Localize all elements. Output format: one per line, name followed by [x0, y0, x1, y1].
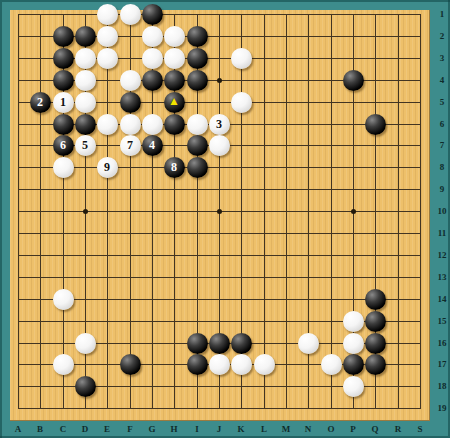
- stone-white-e6[interactable]: [97, 114, 118, 135]
- stone-black-g4[interactable]: [142, 70, 163, 91]
- stone-white-e8[interactable]: 9: [97, 157, 118, 178]
- stone-black-q6[interactable]: [365, 114, 386, 135]
- grid-line-vertical: [264, 14, 265, 409]
- coordinate-row-10: 10: [434, 207, 450, 216]
- coordinate-column-o: O: [327, 425, 334, 434]
- stone-white-p15[interactable]: [343, 311, 364, 332]
- stone-black-i2[interactable]: [187, 26, 208, 47]
- stone-black-i16[interactable]: [187, 333, 208, 354]
- coordinate-row-1: 1: [434, 10, 450, 19]
- stone-black-g1[interactable]: [142, 4, 163, 25]
- grid-line-horizontal: [18, 233, 421, 234]
- stone-black-f17[interactable]: [120, 354, 141, 375]
- grid-line-horizontal: [18, 277, 421, 278]
- stone-black-c6[interactable]: [53, 114, 74, 135]
- stone-white-h2[interactable]: [164, 26, 185, 47]
- stone-black-h8[interactable]: 8: [164, 157, 185, 178]
- stone-black-k16[interactable]: [231, 333, 252, 354]
- stone-black-c4[interactable]: [53, 70, 74, 91]
- coordinate-column-l: L: [261, 425, 267, 434]
- stone-black-j16[interactable]: [209, 333, 230, 354]
- stone-white-o17[interactable]: [321, 354, 342, 375]
- stone-white-n16[interactable]: [298, 333, 319, 354]
- coordinate-column-q: Q: [371, 425, 378, 434]
- grid-line-horizontal: [18, 408, 421, 409]
- coordinate-column-j: J: [217, 425, 222, 434]
- stone-black-q14[interactable]: [365, 289, 386, 310]
- stone-black-c3[interactable]: [53, 48, 74, 69]
- go-board-window: 21▲3657498 ABCDEFGHIJKLMNOPQRS1234567891…: [0, 0, 450, 438]
- stone-black-h5[interactable]: ▲: [164, 92, 185, 113]
- stone-black-h6[interactable]: [164, 114, 185, 135]
- star-point-d10: [83, 209, 88, 214]
- stone-black-i7[interactable]: [187, 135, 208, 156]
- stone-white-d7[interactable]: 5: [75, 135, 96, 156]
- coordinate-column-g: G: [148, 425, 155, 434]
- move-number-label: 1: [60, 96, 66, 108]
- stone-white-e2[interactable]: [97, 26, 118, 47]
- stone-white-c5[interactable]: 1: [53, 92, 74, 113]
- coordinate-row-3: 3: [434, 54, 450, 63]
- stone-black-q15[interactable]: [365, 311, 386, 332]
- stone-black-p17[interactable]: [343, 354, 364, 375]
- coordinate-row-5: 5: [434, 98, 450, 107]
- move-number-label: 8: [171, 161, 177, 173]
- stone-black-i8[interactable]: [187, 157, 208, 178]
- coordinate-row-4: 4: [434, 76, 450, 85]
- stone-white-p18[interactable]: [343, 376, 364, 397]
- coordinate-row-7: 7: [434, 141, 450, 150]
- move-number-label: 9: [104, 161, 110, 173]
- stone-black-d18[interactable]: [75, 376, 96, 397]
- stone-white-f7[interactable]: 7: [120, 135, 141, 156]
- coordinate-row-14: 14: [434, 295, 450, 304]
- stone-white-g2[interactable]: [142, 26, 163, 47]
- coordinate-column-c: C: [60, 425, 67, 434]
- move-number-label: 3: [216, 118, 222, 130]
- stone-black-c7[interactable]: 6: [53, 135, 74, 156]
- stone-white-k3[interactable]: [231, 48, 252, 69]
- coordinate-row-16: 16: [434, 339, 450, 348]
- coordinate-column-m: M: [282, 425, 291, 434]
- coordinate-column-d: D: [82, 425, 89, 434]
- stone-black-c2[interactable]: [53, 26, 74, 47]
- coordinate-column-k: K: [237, 425, 244, 434]
- grid-line-vertical: [420, 14, 421, 409]
- grid-line-vertical: [398, 14, 399, 409]
- stone-white-g6[interactable]: [142, 114, 163, 135]
- go-board[interactable]: 21▲3657498: [10, 10, 430, 421]
- grid-line-vertical: [286, 14, 287, 409]
- stone-black-g7[interactable]: 4: [142, 135, 163, 156]
- stone-black-f5[interactable]: [120, 92, 141, 113]
- grid-line-horizontal: [18, 255, 421, 256]
- coordinate-column-s: S: [417, 425, 422, 434]
- grid-line-horizontal: [18, 299, 421, 300]
- star-point-j4: [217, 78, 222, 83]
- stone-white-f4[interactable]: [120, 70, 141, 91]
- stone-white-k5[interactable]: [231, 92, 252, 113]
- stone-white-j7[interactable]: [209, 135, 230, 156]
- coordinate-column-a: A: [15, 425, 22, 434]
- stone-white-c14[interactable]: [53, 289, 74, 310]
- stone-white-g3[interactable]: [142, 48, 163, 69]
- grid-line-vertical: [331, 14, 332, 409]
- coordinate-row-9: 9: [434, 185, 450, 194]
- coordinate-row-17: 17: [434, 360, 450, 369]
- coordinate-row-18: 18: [434, 382, 450, 391]
- coordinate-column-h: H: [170, 425, 177, 434]
- stone-white-l17[interactable]: [254, 354, 275, 375]
- stone-white-d3[interactable]: [75, 48, 96, 69]
- stone-white-h3[interactable]: [164, 48, 185, 69]
- stone-white-d4[interactable]: [75, 70, 96, 91]
- stone-white-k17[interactable]: [231, 354, 252, 375]
- stone-white-p16[interactable]: [343, 333, 364, 354]
- stone-black-d2[interactable]: [75, 26, 96, 47]
- move-number-label: 5: [82, 139, 88, 151]
- coordinate-column-e: E: [104, 425, 110, 434]
- stone-white-d5[interactable]: [75, 92, 96, 113]
- stone-white-f6[interactable]: [120, 114, 141, 135]
- triangle-marker-icon: ▲: [168, 95, 180, 107]
- stone-white-e1[interactable]: [97, 4, 118, 25]
- coordinate-row-13: 13: [434, 273, 450, 282]
- stone-black-q17[interactable]: [365, 354, 386, 375]
- coordinate-row-19: 19: [434, 404, 450, 413]
- coordinate-column-i: I: [195, 425, 199, 434]
- star-point-p10: [351, 209, 356, 214]
- stone-black-q16[interactable]: [365, 333, 386, 354]
- stone-black-h4[interactable]: [164, 70, 185, 91]
- coordinate-row-2: 2: [434, 32, 450, 41]
- coordinate-row-12: 12: [434, 251, 450, 260]
- coordinate-row-11: 11: [434, 229, 450, 238]
- stone-white-j17[interactable]: [209, 354, 230, 375]
- stone-white-j6[interactable]: 3: [209, 114, 230, 135]
- stone-white-f1[interactable]: [120, 4, 141, 25]
- coordinate-column-b: B: [37, 425, 43, 434]
- stone-black-b5[interactable]: 2: [30, 92, 51, 113]
- stone-white-c8[interactable]: [53, 157, 74, 178]
- coordinate-column-r: R: [395, 425, 402, 434]
- move-number-label: 2: [37, 96, 43, 108]
- coordinate-row-8: 8: [434, 163, 450, 172]
- stone-white-i6[interactable]: [187, 114, 208, 135]
- stone-white-e3[interactable]: [97, 48, 118, 69]
- star-point-j10: [217, 209, 222, 214]
- move-number-label: 7: [127, 139, 133, 151]
- stone-white-d16[interactable]: [75, 333, 96, 354]
- coordinate-column-n: N: [305, 425, 312, 434]
- stone-white-c17[interactable]: [53, 354, 74, 375]
- coordinate-column-f: F: [127, 425, 133, 434]
- move-number-label: 6: [60, 139, 66, 151]
- stone-black-i17[interactable]: [187, 354, 208, 375]
- coordinate-row-15: 15: [434, 317, 450, 326]
- stone-black-i3[interactable]: [187, 48, 208, 69]
- stone-black-p4[interactable]: [343, 70, 364, 91]
- stone-black-d6[interactable]: [75, 114, 96, 135]
- stone-black-i4[interactable]: [187, 70, 208, 91]
- coordinate-column-p: P: [350, 425, 356, 434]
- coordinate-row-6: 6: [434, 120, 450, 129]
- move-number-label: 4: [149, 139, 155, 151]
